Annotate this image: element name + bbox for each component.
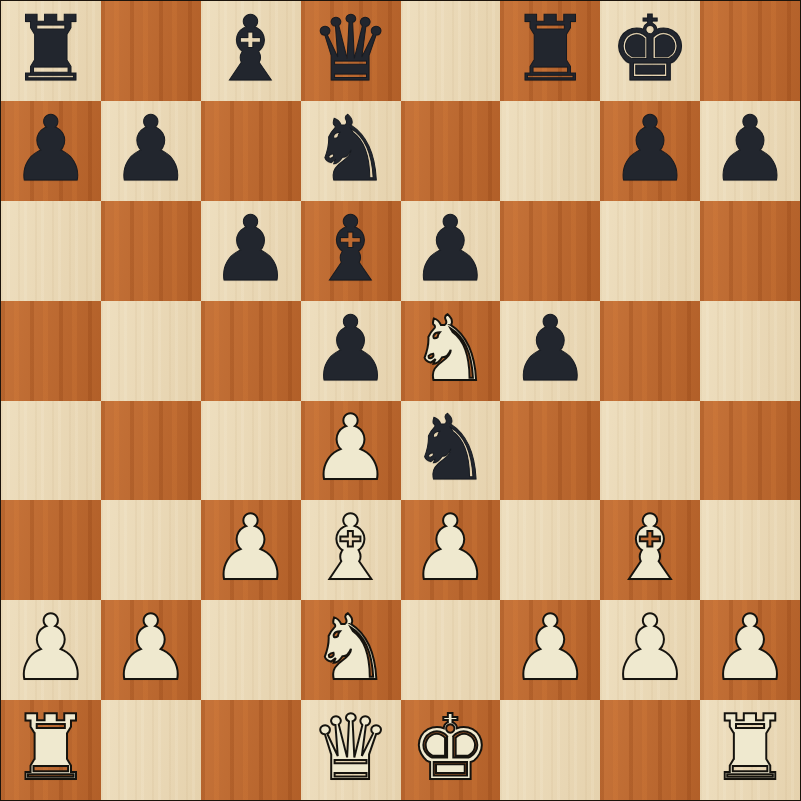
square-b4[interactable] — [101, 401, 201, 501]
square-f3[interactable] — [500, 500, 600, 600]
square-g2[interactable]: ♟ — [600, 600, 700, 700]
square-f6[interactable] — [500, 201, 600, 301]
square-g4[interactable] — [600, 401, 700, 501]
square-b5[interactable] — [101, 301, 201, 401]
square-b8[interactable] — [101, 1, 201, 101]
square-f5[interactable]: ♟ — [500, 301, 600, 401]
square-c4[interactable] — [201, 401, 301, 501]
square-d4[interactable]: ♟ — [301, 401, 401, 501]
square-h8[interactable] — [700, 1, 800, 101]
square-b1[interactable] — [101, 700, 201, 800]
white-pawn[interactable]: ♟ — [510, 603, 591, 693]
square-d6[interactable]: ♝ — [301, 201, 401, 301]
square-g8[interactable]: ♚ — [600, 1, 700, 101]
square-a6[interactable] — [1, 201, 101, 301]
white-rook[interactable]: ♜ — [710, 703, 791, 793]
square-h6[interactable] — [700, 201, 800, 301]
square-b2[interactable]: ♟ — [101, 600, 201, 700]
square-d2[interactable]: ♞ — [301, 600, 401, 700]
square-a1[interactable]: ♜ — [1, 700, 101, 800]
white-pawn[interactable]: ♟ — [610, 603, 691, 693]
black-rook[interactable]: ♜ — [510, 4, 591, 94]
white-king[interactable]: ♚ — [410, 703, 491, 793]
square-e1[interactable]: ♚ — [401, 700, 501, 800]
square-f8[interactable]: ♜ — [500, 1, 600, 101]
white-bishop[interactable]: ♝ — [610, 503, 691, 593]
square-h2[interactable]: ♟ — [700, 600, 800, 700]
square-e3[interactable]: ♟ — [401, 500, 501, 600]
square-c8[interactable]: ♝ — [201, 1, 301, 101]
white-pawn[interactable]: ♟ — [310, 403, 391, 493]
square-g7[interactable]: ♟ — [600, 101, 700, 201]
square-f2[interactable]: ♟ — [500, 600, 600, 700]
square-e5[interactable]: ♞ — [401, 301, 501, 401]
black-pawn[interactable]: ♟ — [610, 104, 691, 194]
square-c2[interactable] — [201, 600, 301, 700]
square-f1[interactable] — [500, 700, 600, 800]
square-c6[interactable]: ♟ — [201, 201, 301, 301]
square-a7[interactable]: ♟ — [1, 101, 101, 201]
square-e6[interactable]: ♟ — [401, 201, 501, 301]
square-e4[interactable]: ♞ — [401, 401, 501, 501]
square-d7[interactable]: ♞ — [301, 101, 401, 201]
black-knight[interactable]: ♞ — [310, 104, 391, 194]
square-f7[interactable] — [500, 101, 600, 201]
square-d8[interactable]: ♛ — [301, 1, 401, 101]
square-g6[interactable] — [600, 201, 700, 301]
square-g5[interactable] — [600, 301, 700, 401]
black-pawn[interactable]: ♟ — [710, 104, 791, 194]
square-g3[interactable]: ♝ — [600, 500, 700, 600]
square-h4[interactable] — [700, 401, 800, 501]
square-e7[interactable] — [401, 101, 501, 201]
square-c3[interactable]: ♟ — [201, 500, 301, 600]
square-e8[interactable] — [401, 1, 501, 101]
white-pawn[interactable]: ♟ — [210, 503, 291, 593]
black-rook[interactable]: ♜ — [11, 4, 92, 94]
square-b6[interactable] — [101, 201, 201, 301]
black-pawn[interactable]: ♟ — [110, 104, 191, 194]
square-d1[interactable]: ♛ — [301, 700, 401, 800]
white-pawn[interactable]: ♟ — [11, 603, 92, 693]
square-h5[interactable] — [700, 301, 800, 401]
white-pawn[interactable]: ♟ — [410, 503, 491, 593]
square-b7[interactable]: ♟ — [101, 101, 201, 201]
square-e2[interactable] — [401, 600, 501, 700]
black-pawn[interactable]: ♟ — [510, 304, 591, 394]
square-a3[interactable] — [1, 500, 101, 600]
square-g1[interactable] — [600, 700, 700, 800]
black-knight[interactable]: ♞ — [410, 403, 491, 493]
black-pawn[interactable]: ♟ — [210, 204, 291, 294]
white-rook[interactable]: ♜ — [11, 703, 92, 793]
square-a2[interactable]: ♟ — [1, 600, 101, 700]
square-a4[interactable] — [1, 401, 101, 501]
black-king[interactable]: ♚ — [610, 4, 691, 94]
chess-board: ♜♝♛♜♚♟♟♞♟♟♟♝♟♟♞♟♟♞♟♝♟♝♟♟♞♟♟♟♜♛♚♜ — [0, 0, 801, 801]
square-c5[interactable] — [201, 301, 301, 401]
white-bishop[interactable]: ♝ — [310, 503, 391, 593]
black-pawn[interactable]: ♟ — [11, 104, 92, 194]
square-b3[interactable] — [101, 500, 201, 600]
black-queen[interactable]: ♛ — [310, 4, 391, 94]
black-pawn[interactable]: ♟ — [410, 204, 491, 294]
square-d3[interactable]: ♝ — [301, 500, 401, 600]
white-knight[interactable]: ♞ — [410, 304, 491, 394]
square-c7[interactable] — [201, 101, 301, 201]
square-a5[interactable] — [1, 301, 101, 401]
square-d5[interactable]: ♟ — [301, 301, 401, 401]
black-bishop[interactable]: ♝ — [310, 204, 391, 294]
square-c1[interactable] — [201, 700, 301, 800]
white-pawn[interactable]: ♟ — [710, 603, 791, 693]
square-h7[interactable]: ♟ — [700, 101, 800, 201]
square-h3[interactable] — [700, 500, 800, 600]
white-knight[interactable]: ♞ — [310, 603, 391, 693]
black-pawn[interactable]: ♟ — [310, 304, 391, 394]
black-bishop[interactable]: ♝ — [210, 4, 291, 94]
square-f4[interactable] — [500, 401, 600, 501]
square-h1[interactable]: ♜ — [700, 700, 800, 800]
white-pawn[interactable]: ♟ — [110, 603, 191, 693]
square-a8[interactable]: ♜ — [1, 1, 101, 101]
white-queen[interactable]: ♛ — [310, 703, 391, 793]
